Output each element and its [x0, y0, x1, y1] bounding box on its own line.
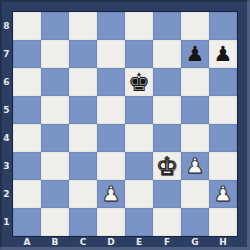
square-h2[interactable]: ♟ [209, 180, 237, 208]
square-h4[interactable] [209, 124, 237, 152]
square-f6[interactable] [153, 68, 181, 96]
file-label-d: D [97, 236, 125, 250]
square-f2[interactable] [153, 180, 181, 208]
square-c8[interactable] [69, 12, 97, 40]
square-d7[interactable] [97, 40, 125, 68]
square-b8[interactable] [41, 12, 69, 40]
square-f5[interactable] [153, 96, 181, 124]
black-pawn[interactable]: ♟ [214, 44, 233, 65]
square-g6[interactable] [181, 68, 209, 96]
square-g7[interactable]: ♟ [181, 40, 209, 68]
square-b2[interactable] [41, 180, 69, 208]
rank-label-7: 7 [0, 40, 13, 68]
square-c7[interactable] [69, 40, 97, 68]
square-f4[interactable] [153, 124, 181, 152]
square-c3[interactable] [69, 152, 97, 180]
rank-label-1: 1 [0, 208, 13, 236]
rank-label-6: 6 [0, 68, 13, 96]
white-pawn[interactable]: ♟ [102, 184, 121, 205]
square-b1[interactable] [41, 208, 69, 236]
square-f3[interactable]: ♚ [153, 152, 181, 180]
square-h7[interactable]: ♟ [209, 40, 237, 68]
square-a1[interactable] [13, 208, 41, 236]
square-a2[interactable] [13, 180, 41, 208]
square-g2[interactable] [181, 180, 209, 208]
square-c1[interactable] [69, 208, 97, 236]
square-d2[interactable]: ♟ [97, 180, 125, 208]
file-label-a: A [13, 236, 41, 250]
square-e1[interactable] [125, 208, 153, 236]
black-king[interactable]: ♚ [128, 70, 150, 95]
file-label-g: G [181, 236, 209, 250]
square-h1[interactable] [209, 208, 237, 236]
rank-label-8: 8 [0, 12, 13, 40]
rank-label-3: 3 [0, 152, 13, 180]
square-a7[interactable] [13, 40, 41, 68]
square-e7[interactable] [125, 40, 153, 68]
square-c6[interactable] [69, 68, 97, 96]
square-b5[interactable] [41, 96, 69, 124]
square-d6[interactable] [97, 68, 125, 96]
white-pawn[interactable]: ♟ [186, 156, 205, 177]
square-f7[interactable] [153, 40, 181, 68]
square-d3[interactable] [97, 152, 125, 180]
square-e8[interactable] [125, 12, 153, 40]
square-g4[interactable] [181, 124, 209, 152]
file-label-h: H [209, 236, 237, 250]
square-a3[interactable] [13, 152, 41, 180]
square-a5[interactable] [13, 96, 41, 124]
file-label-b: B [41, 236, 69, 250]
square-g1[interactable] [181, 208, 209, 236]
rank-label-5: 5 [0, 96, 13, 124]
rank-label-4: 4 [0, 124, 13, 152]
square-f8[interactable] [153, 12, 181, 40]
square-h5[interactable] [209, 96, 237, 124]
square-b6[interactable] [41, 68, 69, 96]
file-label-f: F [153, 236, 181, 250]
square-g8[interactable] [181, 12, 209, 40]
square-d5[interactable] [97, 96, 125, 124]
square-g3[interactable]: ♟ [181, 152, 209, 180]
square-g5[interactable] [181, 96, 209, 124]
square-h8[interactable] [209, 12, 237, 40]
square-b7[interactable] [41, 40, 69, 68]
square-e2[interactable] [125, 180, 153, 208]
square-b3[interactable] [41, 152, 69, 180]
file-label-e: E [125, 236, 153, 250]
square-h6[interactable] [209, 68, 237, 96]
white-king[interactable]: ♚ [156, 154, 178, 179]
square-a6[interactable] [13, 68, 41, 96]
square-d8[interactable] [97, 12, 125, 40]
white-pawn[interactable]: ♟ [214, 184, 233, 205]
square-e6[interactable]: ♚ [125, 68, 153, 96]
square-e4[interactable] [125, 124, 153, 152]
square-a8[interactable] [13, 12, 41, 40]
square-d4[interactable] [97, 124, 125, 152]
black-pawn[interactable]: ♟ [186, 44, 205, 65]
square-a4[interactable] [13, 124, 41, 152]
chess-diagram: ♟♟♚♚♟♟♟ 87654321 ABCDEFGH [0, 0, 250, 250]
square-e5[interactable] [125, 96, 153, 124]
file-label-c: C [69, 236, 97, 250]
square-f1[interactable] [153, 208, 181, 236]
square-h3[interactable] [209, 152, 237, 180]
square-c5[interactable] [69, 96, 97, 124]
square-c4[interactable] [69, 124, 97, 152]
square-b4[interactable] [41, 124, 69, 152]
square-d1[interactable] [97, 208, 125, 236]
chess-board: ♟♟♚♚♟♟♟ [13, 12, 237, 236]
rank-label-2: 2 [0, 180, 13, 208]
square-c2[interactable] [69, 180, 97, 208]
square-e3[interactable] [125, 152, 153, 180]
